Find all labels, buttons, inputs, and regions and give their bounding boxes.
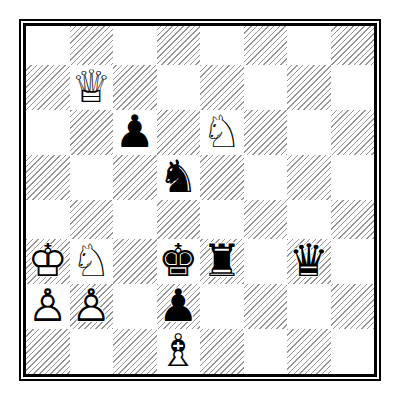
square-b3[interactable]: ♞♘: [70, 239, 114, 284]
square-c1[interactable]: [113, 329, 157, 374]
square-a5[interactable]: [26, 155, 70, 200]
square-c3[interactable]: [113, 239, 157, 284]
square-f1[interactable]: [244, 329, 288, 374]
black-rook: ♜♜: [202, 238, 242, 283]
chess-board: ♛♕♟♟♞♘♞♞♚♔♞♘♚♚♜♜♛♛♟♙♟♙♟♟♝♗: [26, 26, 374, 374]
square-h5[interactable]: [331, 155, 375, 200]
square-g8[interactable]: [287, 26, 331, 65]
square-f8[interactable]: [244, 26, 288, 65]
square-d3[interactable]: ♚♚: [157, 239, 201, 284]
chess-board-inner-border: ♛♕♟♟♞♘♞♞♚♔♞♘♚♚♜♜♛♛♟♙♟♙♟♟♝♗: [23, 23, 377, 377]
piece-glyph: ♟: [115, 109, 155, 154]
square-e8[interactable]: [200, 26, 244, 65]
square-f7[interactable]: [244, 65, 288, 110]
square-c5[interactable]: [113, 155, 157, 200]
square-c8[interactable]: [113, 26, 157, 65]
square-b7[interactable]: ♛♕: [70, 65, 114, 110]
square-d2[interactable]: ♟♟: [157, 284, 201, 329]
square-d8[interactable]: [157, 26, 201, 65]
piece-glyph: ♞: [158, 154, 198, 199]
square-b2[interactable]: ♟♙: [70, 284, 114, 329]
square-e2[interactable]: [200, 284, 244, 329]
black-pawn: ♟♟: [158, 283, 198, 328]
white-pawn: ♟♙: [28, 283, 68, 328]
square-h6[interactable]: [331, 110, 375, 155]
chess-board-frame: ♛♕♟♟♞♘♞♞♚♔♞♘♚♚♜♜♛♛♟♙♟♙♟♟♝♗: [19, 19, 381, 381]
square-a1[interactable]: [26, 329, 70, 374]
square-f6[interactable]: [244, 110, 288, 155]
square-c4[interactable]: [113, 200, 157, 239]
square-c6[interactable]: ♟♟: [113, 110, 157, 155]
page-background: ♛♕♟♟♞♘♞♞♚♔♞♘♚♚♜♜♛♛♟♙♟♙♟♟♝♗: [0, 0, 396, 397]
square-f2[interactable]: [244, 284, 288, 329]
square-a2[interactable]: ♟♙: [26, 284, 70, 329]
piece-glyph: ♗: [158, 328, 198, 373]
square-b5[interactable]: [70, 155, 114, 200]
square-g1[interactable]: [287, 329, 331, 374]
square-e7[interactable]: [200, 65, 244, 110]
white-king: ♚♔: [28, 238, 68, 283]
piece-glyph: ♙: [71, 283, 111, 328]
square-b6[interactable]: [70, 110, 114, 155]
square-e6[interactable]: ♞♘: [200, 110, 244, 155]
white-pawn: ♟♙: [71, 283, 111, 328]
square-g5[interactable]: [287, 155, 331, 200]
square-d7[interactable]: [157, 65, 201, 110]
square-a7[interactable]: [26, 65, 70, 110]
square-h1[interactable]: [331, 329, 375, 374]
square-e1[interactable]: [200, 329, 244, 374]
black-king: ♚♚: [158, 238, 198, 283]
white-bishop: ♝♗: [158, 328, 198, 373]
piece-glyph: ♜: [202, 238, 242, 283]
square-h8[interactable]: [331, 26, 375, 65]
square-h7[interactable]: [331, 65, 375, 110]
piece-glyph: ♚: [158, 238, 198, 283]
square-d1[interactable]: ♝♗: [157, 329, 201, 374]
square-c2[interactable]: [113, 284, 157, 329]
black-knight: ♞♞: [158, 154, 198, 199]
square-h3[interactable]: [331, 239, 375, 284]
square-h2[interactable]: [331, 284, 375, 329]
piece-glyph: ♔: [28, 238, 68, 283]
square-d5[interactable]: ♞♞: [157, 155, 201, 200]
square-g3[interactable]: ♛♛: [287, 239, 331, 284]
black-pawn: ♟♟: [115, 109, 155, 154]
piece-glyph: ♙: [28, 283, 68, 328]
square-g2[interactable]: [287, 284, 331, 329]
square-a3[interactable]: ♚♔: [26, 239, 70, 284]
white-queen: ♛♕: [71, 64, 111, 109]
square-d6[interactable]: [157, 110, 201, 155]
piece-glyph: ♛: [289, 238, 329, 283]
piece-glyph: ♟: [158, 283, 198, 328]
square-a6[interactable]: [26, 110, 70, 155]
square-a8[interactable]: [26, 26, 70, 65]
square-c7[interactable]: [113, 65, 157, 110]
piece-glyph: ♘: [71, 238, 111, 283]
square-g7[interactable]: [287, 65, 331, 110]
piece-glyph: ♕: [71, 64, 111, 109]
white-knight: ♞♘: [71, 238, 111, 283]
square-g6[interactable]: [287, 110, 331, 155]
square-h4[interactable]: [331, 200, 375, 239]
square-f4[interactable]: [244, 200, 288, 239]
white-knight: ♞♘: [202, 109, 242, 154]
square-f3[interactable]: [244, 239, 288, 284]
black-queen: ♛♛: [289, 238, 329, 283]
piece-glyph: ♘: [202, 109, 242, 154]
square-e5[interactable]: [200, 155, 244, 200]
square-b1[interactable]: [70, 329, 114, 374]
square-e3[interactable]: ♜♜: [200, 239, 244, 284]
square-f5[interactable]: [244, 155, 288, 200]
